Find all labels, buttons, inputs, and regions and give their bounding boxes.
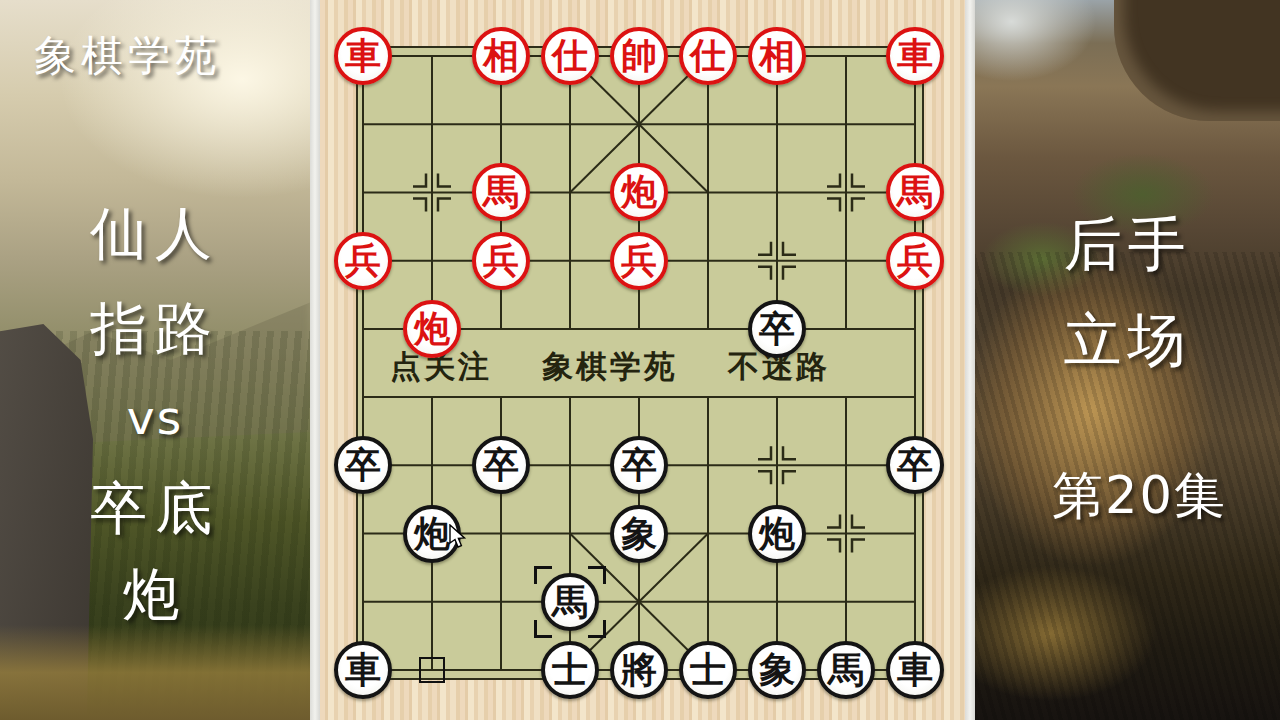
piece-black-rook[interactable]: 車 [334,641,392,699]
piece-black-advisor[interactable]: 士 [679,641,737,699]
bracket-corner [534,620,552,638]
xiangqi-board[interactable]: 点关注 象棋学苑 不迷路 車相仕帥仕相車馬炮馬兵兵兵兵炮卒卒卒卒卒炮象炮馬車士將… [320,0,965,720]
piece-red-horse[interactable]: 馬 [886,163,944,221]
piece-black-rook[interactable]: 車 [886,641,944,699]
piece-red-rook[interactable]: 車 [886,27,944,85]
left-title-line-5: 炮 [0,557,310,634]
piece-black-horse[interactable]: 馬 [817,641,875,699]
left-separator [310,0,320,720]
piece-black-king[interactable]: 將 [610,641,668,699]
piece-black-cannon[interactable]: 炮 [748,505,806,563]
piece-red-pawn[interactable]: 兵 [334,232,392,290]
piece-red-king[interactable]: 帥 [610,27,668,85]
piece-red-advisor[interactable]: 仕 [679,27,737,85]
right-title-line-1: 后手 [975,206,1280,284]
piece-red-pawn[interactable]: 兵 [610,232,668,290]
left-title-vs: vs [0,390,310,445]
piece-red-pawn[interactable]: 兵 [472,232,530,290]
piece-red-cannon[interactable]: 炮 [610,163,668,221]
left-title-line-1: 仙人 [0,196,310,273]
bracket-corner [534,566,552,584]
piece-black-advisor[interactable]: 士 [541,641,599,699]
piece-black-pawn[interactable]: 卒 [886,436,944,494]
golden-shrubs [0,625,310,720]
channel-watermark: 象棋学苑 [34,28,222,84]
piece-black-pawn[interactable]: 卒 [334,436,392,494]
right-title-line-2: 立场 [975,302,1280,380]
mouse-cursor [448,524,468,550]
left-title-line-2: 指路 [0,291,310,368]
piece-red-pawn[interactable]: 兵 [886,232,944,290]
piece-black-elephant[interactable]: 象 [748,641,806,699]
piece-black-pawn[interactable]: 卒 [472,436,530,494]
bracket-corner [588,566,606,584]
piece-red-cannon[interactable]: 炮 [403,300,461,358]
video-frame: 点关注 象棋学苑 不迷路 車相仕帥仕相車馬炮馬兵兵兵兵炮卒卒卒卒卒炮象炮馬車士將… [0,0,1280,720]
piece-red-advisor[interactable]: 仕 [541,27,599,85]
right-separator [965,0,975,720]
piece-red-horse[interactable]: 馬 [472,163,530,221]
last-move-destination-marker [534,566,606,638]
piece-red-rook[interactable]: 車 [334,27,392,85]
bastei-bridge-arch [1114,0,1280,121]
piece-red-elephant[interactable]: 相 [748,27,806,85]
piece-red-elephant[interactable]: 相 [472,27,530,85]
pieces-layer: 車相仕帥仕相車馬炮馬兵兵兵兵炮卒卒卒卒卒炮象炮馬車士將士象馬車 [320,0,965,720]
piece-black-pawn[interactable]: 卒 [748,300,806,358]
left-title-line-4: 卒底 [0,471,310,548]
episode-label: 第20集 [975,462,1280,531]
piece-black-pawn[interactable]: 卒 [610,436,668,494]
piece-black-elephant[interactable]: 象 [610,505,668,563]
bracket-corner [588,620,606,638]
